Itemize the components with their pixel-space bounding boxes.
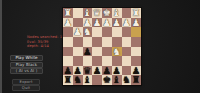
piece-black-knight: ♞ xyxy=(73,75,82,84)
square-c2[interactable]: ♟ xyxy=(83,18,93,28)
piece-black-pawn: ♟ xyxy=(93,66,102,75)
piece-black-bishop: ♝ xyxy=(112,75,121,84)
play-black-button[interactable]: Play Black xyxy=(10,62,43,68)
square-c8[interactable]: ♝ xyxy=(83,75,93,85)
square-b3[interactable]: ♟ xyxy=(73,27,83,37)
square-e4[interactable] xyxy=(102,37,112,47)
play-white-button[interactable]: Play White xyxy=(10,55,43,61)
piece-black-rook: ♜ xyxy=(64,75,73,84)
square-d3[interactable] xyxy=(92,27,102,37)
square-f8[interactable]: ♝ xyxy=(112,75,122,85)
square-f6[interactable] xyxy=(112,56,122,66)
square-h4[interactable] xyxy=(131,37,141,47)
square-a4[interactable] xyxy=(63,37,73,47)
chess-board[interactable]: ♜♝♛♚♝♜♟♟♟♟♟♟♟♟♞♟♞♟♟♛♟♟♟♟♜♞♝♚♝♞♜ xyxy=(63,8,141,85)
piece-white-knight: ♞ xyxy=(83,27,92,36)
ai-vs-ai-button[interactable]: ( AI vs AI ) xyxy=(10,68,43,74)
square-e7[interactable]: ♟ xyxy=(102,66,112,76)
square-g8[interactable]: ♞ xyxy=(122,75,132,85)
piece-black-knight: ♞ xyxy=(122,75,131,84)
square-f2[interactable]: ♟ xyxy=(112,18,122,28)
square-e5[interactable] xyxy=(102,47,112,57)
square-h1[interactable]: ♜ xyxy=(131,8,141,18)
square-e6[interactable] xyxy=(102,56,112,66)
square-b2[interactable] xyxy=(73,18,83,28)
window-left-edge xyxy=(0,0,2,93)
square-c5[interactable]: ♟ xyxy=(83,47,93,57)
square-g3[interactable] xyxy=(122,27,132,37)
square-a1[interactable]: ♜ xyxy=(63,8,73,18)
square-a5[interactable] xyxy=(63,47,73,57)
square-h6[interactable] xyxy=(131,56,141,66)
square-e8[interactable]: ♚ xyxy=(102,75,112,85)
piece-white-king: ♚ xyxy=(103,8,112,17)
piece-white-rook: ♜ xyxy=(132,8,141,17)
square-e2[interactable]: ♟ xyxy=(102,18,112,28)
square-c3[interactable]: ♞ xyxy=(83,27,93,37)
stats-line-nodes: Nodes searched: 1351 xyxy=(27,35,65,40)
stats-line-depth: depth: 4/14 xyxy=(27,44,65,49)
piece-white-pawn: ♟ xyxy=(73,27,82,36)
square-b7[interactable]: ♟ xyxy=(73,66,83,76)
piece-white-pawn: ♟ xyxy=(103,18,112,27)
square-b4[interactable] xyxy=(73,37,83,47)
piece-black-pawn: ♟ xyxy=(132,66,141,75)
piece-white-bishop: ♝ xyxy=(83,8,92,17)
square-c4[interactable] xyxy=(83,37,93,47)
square-d1[interactable]: ♛ xyxy=(92,8,102,18)
square-g2[interactable]: ♟ xyxy=(122,18,132,28)
piece-white-rook: ♜ xyxy=(64,8,73,17)
piece-white-bishop: ♝ xyxy=(112,8,121,17)
square-f4[interactable] xyxy=(112,37,122,47)
piece-white-pawn: ♟ xyxy=(132,18,141,27)
square-c6[interactable] xyxy=(83,56,93,66)
square-h7[interactable]: ♟ xyxy=(131,66,141,76)
square-b8[interactable]: ♞ xyxy=(73,75,83,85)
square-d2[interactable]: ♟ xyxy=(92,18,102,28)
piece-black-pawn: ♟ xyxy=(112,66,121,75)
piece-white-pawn: ♟ xyxy=(64,18,73,27)
square-e3[interactable] xyxy=(102,27,112,37)
piece-black-bishop: ♝ xyxy=(83,75,92,84)
piece-black-pawn: ♟ xyxy=(64,66,73,75)
square-f3[interactable] xyxy=(112,27,122,37)
piece-black-pawn: ♟ xyxy=(73,66,82,75)
piece-white-pawn: ♟ xyxy=(122,18,131,27)
square-d8[interactable] xyxy=(92,75,102,85)
piece-white-knight: ♞ xyxy=(112,47,121,56)
square-c1[interactable]: ♝ xyxy=(83,8,93,18)
square-d6[interactable] xyxy=(92,56,102,66)
square-d4[interactable] xyxy=(92,37,102,47)
piece-white-pawn: ♟ xyxy=(93,18,102,27)
square-a2[interactable]: ♟ xyxy=(63,18,73,28)
piece-white-queen: ♛ xyxy=(93,8,102,17)
piece-white-pawn: ♟ xyxy=(83,18,92,27)
square-a6[interactable] xyxy=(63,56,73,66)
square-g7[interactable] xyxy=(122,66,132,76)
square-h3[interactable] xyxy=(131,27,141,37)
piece-white-pawn: ♟ xyxy=(112,18,121,27)
square-a8[interactable]: ♜ xyxy=(63,75,73,85)
square-b1[interactable] xyxy=(73,8,83,18)
square-g4[interactable] xyxy=(122,37,132,47)
square-h8[interactable]: ♜ xyxy=(131,75,141,85)
export-button[interactable]: Export xyxy=(12,79,40,85)
piece-black-king: ♚ xyxy=(103,75,112,84)
piece-black-queen: ♛ xyxy=(83,66,92,75)
square-e1[interactable]: ♚ xyxy=(102,8,112,18)
engine-stats-panel: Nodes searched: 1351 Eval: 35/39 depth: … xyxy=(27,35,65,49)
piece-black-pawn: ♟ xyxy=(103,66,112,75)
square-f1[interactable]: ♝ xyxy=(112,8,122,18)
square-c7[interactable]: ♛ xyxy=(83,66,93,76)
square-g5[interactable] xyxy=(122,47,132,57)
piece-black-pawn: ♟ xyxy=(83,47,92,56)
app-window: Nodes searched: 1351 Eval: 35/39 depth: … xyxy=(0,0,200,93)
quit-button[interactable]: Quit xyxy=(12,85,40,91)
square-g1[interactable] xyxy=(122,8,132,18)
square-d7[interactable]: ♟ xyxy=(92,66,102,76)
square-b6[interactable] xyxy=(73,56,83,66)
square-b5[interactable] xyxy=(73,47,83,57)
square-f5[interactable]: ♞ xyxy=(112,47,122,57)
square-g6[interactable] xyxy=(122,56,132,66)
piece-black-rook: ♜ xyxy=(132,75,141,84)
square-d5[interactable] xyxy=(92,47,102,57)
square-f7[interactable]: ♟ xyxy=(112,66,122,76)
square-a7[interactable]: ♟ xyxy=(63,66,73,76)
square-h5[interactable] xyxy=(131,47,141,57)
square-h2[interactable]: ♟ xyxy=(131,18,141,28)
square-a3[interactable] xyxy=(63,27,73,37)
